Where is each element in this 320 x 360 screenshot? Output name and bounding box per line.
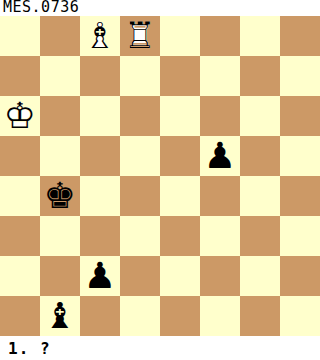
square-c6[interactable]: [80, 96, 120, 136]
square-e8[interactable]: [160, 16, 200, 56]
square-b6[interactable]: [40, 96, 80, 136]
square-h3[interactable]: [280, 216, 320, 256]
square-h1[interactable]: [280, 296, 320, 336]
square-h4[interactable]: [280, 176, 320, 216]
square-c7[interactable]: [80, 56, 120, 96]
square-g8[interactable]: [240, 16, 280, 56]
square-f6[interactable]: [200, 96, 240, 136]
black-pawn-piece: ♟: [80, 256, 120, 296]
square-g1[interactable]: [240, 296, 280, 336]
white-king-glyph: ♔: [0, 96, 40, 136]
square-c8[interactable]: ♝♗: [80, 16, 120, 56]
square-g2[interactable]: [240, 256, 280, 296]
white-king-piece: ♚♔: [0, 96, 40, 136]
chess-board: ♝♗♜♖♚♔♟♚♟♝: [0, 16, 320, 336]
square-f2[interactable]: [200, 256, 240, 296]
square-b5[interactable]: [40, 136, 80, 176]
square-f3[interactable]: [200, 216, 240, 256]
move-prompt: 1. ?: [0, 336, 320, 360]
square-a3[interactable]: [0, 216, 40, 256]
square-g6[interactable]: [240, 96, 280, 136]
square-e1[interactable]: [160, 296, 200, 336]
black-bishop-glyph: ♝: [40, 296, 80, 336]
black-pawn-glyph: ♟: [200, 136, 240, 176]
square-f1[interactable]: [200, 296, 240, 336]
square-b2[interactable]: [40, 256, 80, 296]
square-a6[interactable]: ♚♔: [0, 96, 40, 136]
white-rook-piece: ♜♖: [120, 16, 160, 56]
square-a2[interactable]: [0, 256, 40, 296]
square-c2[interactable]: ♟: [80, 256, 120, 296]
white-rook-glyph: ♖: [120, 16, 160, 56]
square-e3[interactable]: [160, 216, 200, 256]
square-d4[interactable]: [120, 176, 160, 216]
square-h8[interactable]: [280, 16, 320, 56]
square-f4[interactable]: [200, 176, 240, 216]
square-a1[interactable]: [0, 296, 40, 336]
square-e4[interactable]: [160, 176, 200, 216]
square-h6[interactable]: [280, 96, 320, 136]
black-pawn-glyph: ♟: [80, 256, 120, 296]
square-e2[interactable]: [160, 256, 200, 296]
square-d7[interactable]: [120, 56, 160, 96]
square-g5[interactable]: [240, 136, 280, 176]
black-king-piece: ♚: [40, 176, 80, 216]
white-bishop-piece: ♝♗: [80, 16, 120, 56]
black-king-glyph: ♚: [40, 176, 80, 216]
square-f7[interactable]: [200, 56, 240, 96]
square-d3[interactable]: [120, 216, 160, 256]
square-d8[interactable]: ♜♖: [120, 16, 160, 56]
square-c1[interactable]: [80, 296, 120, 336]
square-a7[interactable]: [0, 56, 40, 96]
square-e7[interactable]: [160, 56, 200, 96]
square-a4[interactable]: [0, 176, 40, 216]
square-h5[interactable]: [280, 136, 320, 176]
square-e5[interactable]: [160, 136, 200, 176]
square-b4[interactable]: ♚: [40, 176, 80, 216]
square-d6[interactable]: [120, 96, 160, 136]
square-h2[interactable]: [280, 256, 320, 296]
square-g4[interactable]: [240, 176, 280, 216]
square-d2[interactable]: [120, 256, 160, 296]
white-bishop-glyph: ♗: [80, 16, 120, 56]
black-bishop-piece: ♝: [40, 296, 80, 336]
square-b7[interactable]: [40, 56, 80, 96]
square-e6[interactable]: [160, 96, 200, 136]
black-pawn-piece: ♟: [200, 136, 240, 176]
square-b1[interactable]: ♝: [40, 296, 80, 336]
square-a5[interactable]: [0, 136, 40, 176]
square-d5[interactable]: [120, 136, 160, 176]
square-h7[interactable]: [280, 56, 320, 96]
square-a8[interactable]: [0, 16, 40, 56]
square-f8[interactable]: [200, 16, 240, 56]
square-f5[interactable]: ♟: [200, 136, 240, 176]
square-c5[interactable]: [80, 136, 120, 176]
square-g7[interactable]: [240, 56, 280, 96]
square-b3[interactable]: [40, 216, 80, 256]
square-d1[interactable]: [120, 296, 160, 336]
square-g3[interactable]: [240, 216, 280, 256]
square-b8[interactable]: [40, 16, 80, 56]
square-c4[interactable]: [80, 176, 120, 216]
square-c3[interactable]: [80, 216, 120, 256]
problem-id: MES.0736: [0, 0, 320, 16]
